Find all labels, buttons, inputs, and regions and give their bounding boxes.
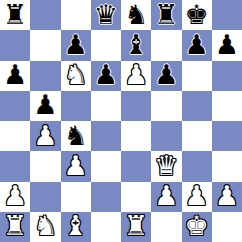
square-c3[interactable]: ♟ <box>61 151 91 181</box>
square-f4[interactable] <box>151 121 181 151</box>
piece-white-rook[interactable]: ♜ <box>124 212 148 239</box>
piece-black-pawn[interactable]: ♟ <box>64 31 88 58</box>
square-e7[interactable]: ♝ <box>121 30 151 60</box>
piece-black-rook[interactable]: ♜ <box>3 1 27 28</box>
square-d3[interactable] <box>91 151 121 181</box>
piece-black-king[interactable]: ♚ <box>185 1 209 28</box>
square-c2[interactable] <box>61 182 91 212</box>
square-d1[interactable] <box>91 212 121 242</box>
piece-white-pawn[interactable]: ♟ <box>154 182 178 209</box>
square-a3[interactable] <box>0 151 30 181</box>
piece-white-pawn[interactable]: ♟ <box>3 182 27 209</box>
square-b2[interactable] <box>30 182 60 212</box>
piece-white-knight[interactable]: ♞ <box>33 212 57 239</box>
piece-white-pawn[interactable]: ♟ <box>33 122 57 149</box>
piece-black-rook[interactable]: ♜ <box>154 1 178 28</box>
square-a2[interactable]: ♟ <box>0 182 30 212</box>
square-h4[interactable] <box>212 121 242 151</box>
square-d2[interactable] <box>91 182 121 212</box>
piece-black-pawn[interactable]: ♟ <box>154 61 178 88</box>
square-f1[interactable] <box>151 212 181 242</box>
square-h5[interactable] <box>212 91 242 121</box>
square-f7[interactable] <box>151 30 181 60</box>
square-g3[interactable] <box>182 151 212 181</box>
piece-white-pawn[interactable]: ♟ <box>215 182 239 209</box>
square-d6[interactable]: ♟ <box>91 61 121 91</box>
piece-white-pawn[interactable]: ♟ <box>124 61 148 88</box>
piece-black-pawn[interactable]: ♟ <box>94 61 118 88</box>
square-d5[interactable] <box>91 91 121 121</box>
square-g8[interactable]: ♚ <box>182 0 212 30</box>
piece-white-rook[interactable]: ♜ <box>3 212 27 239</box>
square-c8[interactable] <box>61 0 91 30</box>
piece-black-bishop[interactable]: ♝ <box>124 31 148 58</box>
square-b6[interactable] <box>30 61 60 91</box>
piece-black-pawn[interactable]: ♟ <box>33 91 57 118</box>
square-a4[interactable] <box>0 121 30 151</box>
square-b1[interactable]: ♞ <box>30 212 60 242</box>
square-e3[interactable] <box>121 151 151 181</box>
piece-white-queen[interactable]: ♛ <box>154 152 178 179</box>
square-b4[interactable]: ♟ <box>30 121 60 151</box>
piece-white-bishop[interactable]: ♝ <box>64 212 88 239</box>
square-d7[interactable] <box>91 30 121 60</box>
square-a7[interactable] <box>0 30 30 60</box>
square-f8[interactable]: ♜ <box>151 0 181 30</box>
square-h1[interactable] <box>212 212 242 242</box>
square-e6[interactable]: ♟ <box>121 61 151 91</box>
piece-white-knight[interactable]: ♞ <box>64 61 88 88</box>
piece-white-king[interactable]: ♚ <box>185 212 209 239</box>
square-a6[interactable]: ♟ <box>0 61 30 91</box>
square-b5[interactable]: ♟ <box>30 91 60 121</box>
square-f6[interactable]: ♟ <box>151 61 181 91</box>
square-e5[interactable] <box>121 91 151 121</box>
square-d4[interactable] <box>91 121 121 151</box>
square-g5[interactable] <box>182 91 212 121</box>
piece-black-knight[interactable]: ♞ <box>64 122 88 149</box>
piece-white-pawn[interactable]: ♟ <box>185 182 209 209</box>
square-h7[interactable]: ♟ <box>212 30 242 60</box>
chess-board: ♜♛♞♜♚♟♝♟♟♟♞♟♟♟♟♟♞♟♛♟♟♟♟♜♞♝♜♚ <box>0 0 242 242</box>
square-e2[interactable] <box>121 182 151 212</box>
square-b7[interactable] <box>30 30 60 60</box>
square-e1[interactable]: ♜ <box>121 212 151 242</box>
square-h8[interactable] <box>212 0 242 30</box>
square-d8[interactable]: ♛ <box>91 0 121 30</box>
square-g7[interactable]: ♟ <box>182 30 212 60</box>
square-h6[interactable] <box>212 61 242 91</box>
square-a1[interactable]: ♜ <box>0 212 30 242</box>
square-f5[interactable] <box>151 91 181 121</box>
square-b8[interactable] <box>30 0 60 30</box>
square-g4[interactable] <box>182 121 212 151</box>
piece-white-pawn[interactable]: ♟ <box>64 152 88 179</box>
square-h3[interactable] <box>212 151 242 181</box>
piece-black-queen[interactable]: ♛ <box>94 1 118 28</box>
square-c1[interactable]: ♝ <box>61 212 91 242</box>
square-c7[interactable]: ♟ <box>61 30 91 60</box>
square-c4[interactable]: ♞ <box>61 121 91 151</box>
square-e8[interactable]: ♞ <box>121 0 151 30</box>
piece-black-pawn[interactable]: ♟ <box>215 31 239 58</box>
square-b3[interactable] <box>30 151 60 181</box>
piece-black-pawn[interactable]: ♟ <box>185 31 209 58</box>
square-g6[interactable] <box>182 61 212 91</box>
square-h2[interactable]: ♟ <box>212 182 242 212</box>
square-f2[interactable]: ♟ <box>151 182 181 212</box>
square-g2[interactable]: ♟ <box>182 182 212 212</box>
square-c6[interactable]: ♞ <box>61 61 91 91</box>
square-e4[interactable] <box>121 121 151 151</box>
square-f3[interactable]: ♛ <box>151 151 181 181</box>
piece-black-pawn[interactable]: ♟ <box>3 61 27 88</box>
square-g1[interactable]: ♚ <box>182 212 212 242</box>
square-a5[interactable] <box>0 91 30 121</box>
square-c5[interactable] <box>61 91 91 121</box>
piece-black-knight[interactable]: ♞ <box>124 1 148 28</box>
square-a8[interactable]: ♜ <box>0 0 30 30</box>
